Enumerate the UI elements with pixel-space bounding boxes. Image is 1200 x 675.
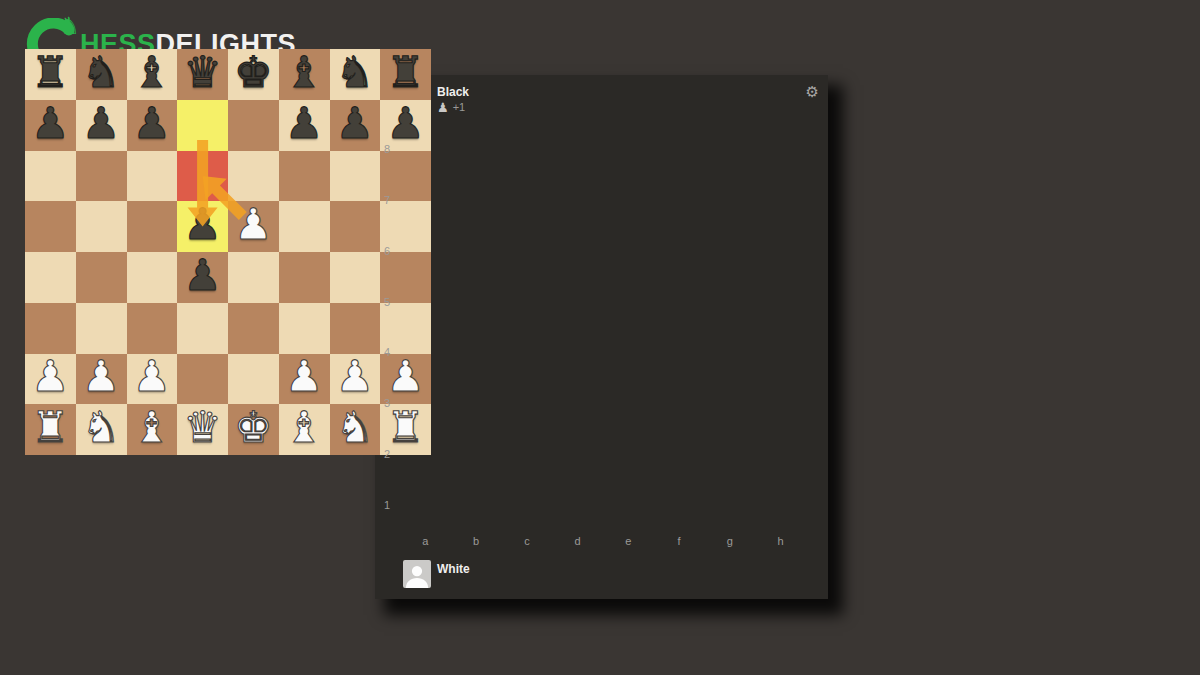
square-d6[interactable] xyxy=(177,151,228,202)
square-f1[interactable]: ♝ xyxy=(279,404,330,455)
square-g2[interactable]: ♟ xyxy=(330,354,381,405)
settings-gear-icon[interactable]: ⚙ xyxy=(806,85,819,100)
square-a2[interactable]: ♟ xyxy=(25,354,76,405)
chess-board[interactable]: ♜♞♝♛♚♝♞♜♟♟♟♟♟♟♟♟♟♟♟♟♟♟♟♜♞♝♛♚♝♞♜ xyxy=(25,49,431,455)
white-bishop-f1[interactable]: ♝ xyxy=(285,406,324,449)
rank-label-1: 1 xyxy=(375,479,399,530)
white-bishop-c1[interactable]: ♝ xyxy=(133,406,172,449)
white-pawn-f2[interactable]: ♟ xyxy=(285,355,324,398)
rank-label-6: 6 xyxy=(375,226,399,277)
material-score-value: +1 xyxy=(453,102,466,113)
knight-glyph: ♞ xyxy=(58,14,80,38)
square-c3[interactable] xyxy=(127,303,178,354)
file-label-h: h xyxy=(755,530,806,551)
black-queen-d8[interactable]: ♛ xyxy=(183,51,222,94)
white-pawn-g2[interactable]: ♟ xyxy=(336,355,375,398)
square-b3[interactable] xyxy=(76,303,127,354)
square-d8[interactable]: ♛ xyxy=(177,49,228,100)
white-knight-g1[interactable]: ♞ xyxy=(336,406,375,449)
white-king-e1[interactable]: ♚ xyxy=(234,406,273,449)
file-label-a: a xyxy=(400,530,451,551)
rank-label-4: 4 xyxy=(375,327,399,378)
black-pawn-d5[interactable]: ♟ xyxy=(183,203,222,246)
black-knight-b8[interactable]: ♞ xyxy=(82,51,121,94)
rank-coordinates: 87654321 xyxy=(375,124,399,530)
square-a1[interactable]: ♜ xyxy=(25,404,76,455)
square-b8[interactable]: ♞ xyxy=(76,49,127,100)
square-g3[interactable] xyxy=(330,303,381,354)
file-label-g: g xyxy=(705,530,756,551)
square-f5[interactable] xyxy=(279,201,330,252)
square-b2[interactable]: ♟ xyxy=(76,354,127,405)
white-player-avatar xyxy=(403,560,431,588)
rank-label-3: 3 xyxy=(375,378,399,429)
captured-pawn-icon: ♟ xyxy=(437,101,449,114)
square-g8[interactable]: ♞ xyxy=(330,49,381,100)
square-f2[interactable]: ♟ xyxy=(279,354,330,405)
black-bishop-f8[interactable]: ♝ xyxy=(285,51,324,94)
square-b6[interactable] xyxy=(76,151,127,202)
rank-label-5: 5 xyxy=(375,276,399,327)
square-f6[interactable] xyxy=(279,151,330,202)
square-f4[interactable] xyxy=(279,252,330,303)
black-pawn-b7[interactable]: ♟ xyxy=(82,102,121,145)
file-label-d: d xyxy=(552,530,603,551)
file-label-f: f xyxy=(654,530,705,551)
square-a8[interactable]: ♜ xyxy=(25,49,76,100)
black-pawn-c7[interactable]: ♟ xyxy=(133,102,172,145)
black-material-score: ♟ +1 xyxy=(437,101,465,114)
square-a4[interactable] xyxy=(25,252,76,303)
square-e4[interactable] xyxy=(228,252,279,303)
square-e8[interactable]: ♚ xyxy=(228,49,279,100)
file-label-e: e xyxy=(603,530,654,551)
square-c5[interactable] xyxy=(127,201,178,252)
square-h8[interactable]: ♜ xyxy=(380,49,431,100)
white-knight-b1[interactable]: ♞ xyxy=(82,406,121,449)
square-g7[interactable]: ♟ xyxy=(330,100,381,151)
game-panel: ⚙ Black ♟ +1 White xyxy=(375,75,828,599)
black-rook-h8[interactable]: ♜ xyxy=(386,51,425,94)
square-a5[interactable] xyxy=(25,201,76,252)
square-d2[interactable] xyxy=(177,354,228,405)
square-g5[interactable] xyxy=(330,201,381,252)
white-queen-d1[interactable]: ♛ xyxy=(183,406,222,449)
square-b5[interactable] xyxy=(76,201,127,252)
black-pawn-d4[interactable]: ♟ xyxy=(183,254,222,297)
square-a3[interactable] xyxy=(25,303,76,354)
rank-label-8: 8 xyxy=(375,124,399,175)
black-pawn-g7[interactable]: ♟ xyxy=(336,102,375,145)
square-a6[interactable] xyxy=(25,151,76,202)
white-pawn-b2[interactable]: ♟ xyxy=(82,355,121,398)
square-c7[interactable]: ♟ xyxy=(127,100,178,151)
square-d4[interactable]: ♟ xyxy=(177,252,228,303)
black-rook-a8[interactable]: ♜ xyxy=(31,51,70,94)
square-a7[interactable]: ♟ xyxy=(25,100,76,151)
square-e3[interactable] xyxy=(228,303,279,354)
file-label-c: c xyxy=(502,530,553,551)
square-d1[interactable]: ♛ xyxy=(177,404,228,455)
square-g6[interactable] xyxy=(330,151,381,202)
square-d5[interactable]: ♟ xyxy=(177,201,228,252)
white-pawn-a2[interactable]: ♟ xyxy=(31,355,70,398)
black-pawn-f7[interactable]: ♟ xyxy=(285,102,324,145)
black-player-name: Black xyxy=(437,86,469,98)
square-d3[interactable] xyxy=(177,303,228,354)
square-g1[interactable]: ♞ xyxy=(330,404,381,455)
square-d7[interactable] xyxy=(177,100,228,151)
board-grid: ♜♞♝♛♚♝♞♜♟♟♟♟♟♟♟♟♟♟♟♟♟♟♟♜♞♝♛♚♝♞♜ xyxy=(25,49,431,455)
square-f7[interactable]: ♟ xyxy=(279,100,330,151)
square-c6[interactable] xyxy=(127,151,178,202)
square-f3[interactable] xyxy=(279,303,330,354)
square-b4[interactable] xyxy=(76,252,127,303)
black-knight-g8[interactable]: ♞ xyxy=(336,51,375,94)
black-pawn-a7[interactable]: ♟ xyxy=(31,102,70,145)
square-e6[interactable] xyxy=(228,151,279,202)
square-g4[interactable] xyxy=(330,252,381,303)
white-pawn-e5[interactable]: ♟ xyxy=(234,203,273,246)
square-c2[interactable]: ♟ xyxy=(127,354,178,405)
square-e2[interactable] xyxy=(228,354,279,405)
file-label-b: b xyxy=(451,530,502,551)
square-c4[interactable] xyxy=(127,252,178,303)
white-player-name: White xyxy=(437,563,470,575)
square-b7[interactable]: ♟ xyxy=(76,100,127,151)
square-b1[interactable]: ♞ xyxy=(76,404,127,455)
white-rook-a1[interactable]: ♜ xyxy=(31,406,70,449)
file-coordinates: abcdefgh xyxy=(400,530,806,551)
square-e5[interactable]: ♟ xyxy=(228,201,279,252)
white-pawn-c2[interactable]: ♟ xyxy=(133,355,172,398)
square-f8[interactable]: ♝ xyxy=(279,49,330,100)
square-c1[interactable]: ♝ xyxy=(127,404,178,455)
rank-label-2: 2 xyxy=(375,429,399,480)
black-bishop-c8[interactable]: ♝ xyxy=(133,51,172,94)
square-e1[interactable]: ♚ xyxy=(228,404,279,455)
square-e7[interactable] xyxy=(228,100,279,151)
rank-label-7: 7 xyxy=(375,175,399,226)
black-king-e8[interactable]: ♚ xyxy=(234,51,273,94)
square-c8[interactable]: ♝ xyxy=(127,49,178,100)
